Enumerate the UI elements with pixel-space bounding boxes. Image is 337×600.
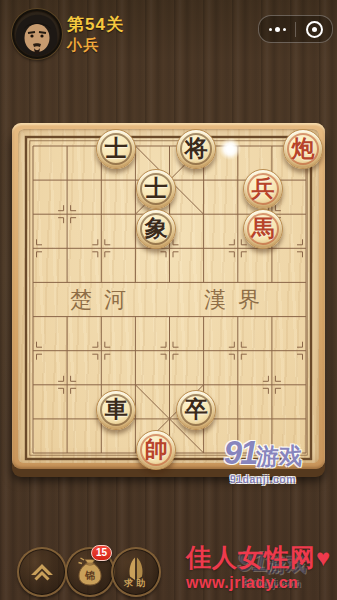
svg-text:锦: 锦 xyxy=(84,570,95,581)
piece-glyph: 馬 xyxy=(252,210,275,248)
praying-hands-icon: 求助 xyxy=(113,549,159,595)
piece-glyph: 車 xyxy=(105,391,128,429)
piece-black-advisor-left[interactable]: 士 xyxy=(96,129,136,169)
level-name: 小兵 xyxy=(67,36,99,55)
exit-button[interactable] xyxy=(296,16,332,42)
player-avatar[interactable] xyxy=(12,9,62,59)
piece-black-pawn[interactable]: 卒 xyxy=(176,390,216,430)
watermark-91games-bottom: 91游戏 91danji.com xyxy=(208,549,336,589)
collapse-menu-button[interactable] xyxy=(17,547,67,597)
piece-glyph: 士 xyxy=(105,130,128,168)
xiangqi-board: 楚河 漢界 士将炮士兵象馬車卒帥 xyxy=(12,123,325,469)
piece-glyph: 象 xyxy=(145,210,168,248)
miniprogram-capsule xyxy=(258,15,333,43)
svg-text:求助: 求助 xyxy=(123,578,148,588)
piece-grid: 士将炮士兵象馬車卒帥 xyxy=(16,129,323,470)
piece-black-general[interactable]: 将 xyxy=(176,129,216,169)
chevron-up-icon xyxy=(19,549,65,595)
piece-glyph: 士 xyxy=(145,170,168,208)
target-circle-icon xyxy=(306,21,323,38)
more-button[interactable] xyxy=(259,16,295,42)
piece-glyph: 卒 xyxy=(185,391,208,429)
avatar-portrait xyxy=(14,11,60,57)
hint-count-badge: 15 xyxy=(91,545,112,561)
piece-glyph: 帥 xyxy=(145,431,168,469)
piece-red-cannon[interactable]: 炮 xyxy=(283,129,323,169)
piece-red-horse[interactable]: 馬 xyxy=(243,209,283,249)
piece-red-general[interactable]: 帥 xyxy=(136,430,176,470)
game-screen: 第54关 小兵 楚河 漢界 士将炮士兵象馬車卒帥 91游戏 91danji.co… xyxy=(0,0,337,600)
ask-help-button[interactable]: 求助 xyxy=(111,547,161,597)
piece-black-chariot[interactable]: 車 xyxy=(96,390,136,430)
piece-glyph: 将 xyxy=(185,130,208,168)
piece-glyph: 炮 xyxy=(292,130,315,168)
piece-glyph: 兵 xyxy=(252,170,275,208)
watermark-jrlady: 佳人女性网♥ www.jrlady.cn xyxy=(186,544,336,592)
more-dots-icon xyxy=(269,27,286,32)
piece-red-soldier[interactable]: 兵 xyxy=(243,169,283,209)
level-label: 第54关 xyxy=(67,13,124,36)
highlight-dot xyxy=(219,138,241,160)
piece-black-advisor-right[interactable]: 士 xyxy=(136,169,176,209)
piece-black-elephant[interactable]: 象 xyxy=(136,209,176,249)
